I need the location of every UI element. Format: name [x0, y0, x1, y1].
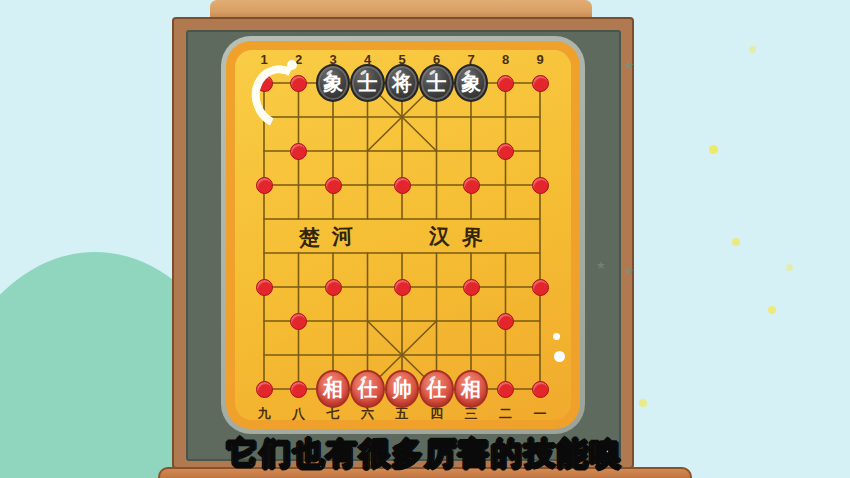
intersection	[281, 134, 316, 168]
intersection	[247, 168, 282, 202]
intersection	[350, 168, 385, 202]
start-marker-dot	[532, 75, 549, 92]
star-icon: ★	[596, 260, 606, 271]
intersection	[281, 372, 316, 406]
intersection	[523, 66, 558, 100]
coordinate-label: 二	[488, 405, 523, 423]
intersection	[316, 134, 351, 168]
intersection	[523, 236, 558, 270]
start-marker-dot	[325, 279, 342, 296]
red-piece: 帅	[385, 370, 420, 408]
start-marker-dot	[463, 279, 480, 296]
red-piece: 相	[316, 370, 351, 408]
intersection	[419, 304, 454, 338]
intersection	[281, 270, 316, 304]
intersection	[247, 134, 282, 168]
intersection: 帅	[385, 372, 420, 406]
coordinate-label: 八	[281, 405, 316, 423]
start-marker-dot	[394, 177, 411, 194]
intersection	[454, 168, 489, 202]
intersection	[523, 372, 558, 406]
intersection	[350, 236, 385, 270]
intersection	[488, 236, 523, 270]
intersection	[281, 202, 316, 236]
intersection	[488, 134, 523, 168]
intersection	[488, 202, 523, 236]
intersection	[350, 202, 385, 236]
red-piece: 仕	[419, 370, 454, 408]
intersection	[488, 338, 523, 372]
intersection	[523, 202, 558, 236]
intersection	[385, 134, 420, 168]
intersection: 相	[454, 372, 489, 406]
subtitle: 它们也有很多厉害的技能噢	[0, 433, 850, 475]
intersection	[281, 338, 316, 372]
board-surface: 123456789 九八七六五四三二一 楚河 汉界 象士将士象相仕帅仕相	[235, 50, 571, 420]
black-piece: 象	[316, 64, 351, 102]
coordinate-label: 8	[488, 51, 523, 67]
sparkle-icon	[732, 238, 740, 246]
intersection	[247, 338, 282, 372]
start-marker-dot	[325, 177, 342, 194]
scene: ★ ★ ★	[0, 0, 850, 478]
intersection	[523, 134, 558, 168]
start-marker-dot	[290, 313, 307, 330]
intersection	[385, 202, 420, 236]
sparkle-icon	[554, 351, 565, 362]
intersection	[454, 304, 489, 338]
intersection: 士	[350, 66, 385, 100]
intersection	[419, 134, 454, 168]
intersection	[523, 168, 558, 202]
red-piece: 仕	[350, 370, 385, 408]
intersection	[488, 100, 523, 134]
intersection	[488, 304, 523, 338]
start-marker-dot	[532, 177, 549, 194]
intersection	[316, 304, 351, 338]
intersection	[247, 236, 282, 270]
intersection: 仕	[350, 372, 385, 406]
intersection: 象	[316, 66, 351, 100]
intersection	[419, 338, 454, 372]
intersection	[350, 304, 385, 338]
intersection	[316, 202, 351, 236]
intersection	[247, 202, 282, 236]
intersection	[316, 168, 351, 202]
intersection	[523, 304, 558, 338]
intersection	[488, 270, 523, 304]
intersection	[350, 100, 385, 134]
start-marker-dot	[290, 381, 307, 398]
intersection	[454, 338, 489, 372]
black-piece: 士	[350, 64, 385, 102]
black-piece: 象	[454, 64, 489, 102]
sparkle-icon	[639, 399, 647, 407]
intersection	[385, 168, 420, 202]
intersection	[419, 202, 454, 236]
intersection	[454, 134, 489, 168]
intersection	[419, 100, 454, 134]
intersection	[419, 270, 454, 304]
intersection	[281, 168, 316, 202]
black-piece: 将	[385, 64, 420, 102]
start-marker-dot	[256, 177, 273, 194]
intersection	[316, 100, 351, 134]
intersection	[281, 236, 316, 270]
star-icon: ★	[624, 266, 634, 277]
sparkle-icon	[786, 264, 793, 271]
intersection	[488, 372, 523, 406]
start-marker-dot	[497, 381, 514, 398]
coordinate-label: 一	[523, 405, 558, 423]
intersection: 士	[419, 66, 454, 100]
start-marker-dot	[290, 143, 307, 160]
intersection	[454, 202, 489, 236]
shine-dot-icon	[287, 60, 297, 70]
intersection	[523, 100, 558, 134]
intersection	[247, 304, 282, 338]
black-piece: 士	[419, 64, 454, 102]
xiangqi-board: 123456789 九八七六五四三二一 楚河 汉界 象士将士象相仕帅仕相	[221, 36, 585, 434]
star-icon: ★	[624, 60, 634, 71]
sparkle-icon	[749, 46, 756, 53]
intersection	[454, 270, 489, 304]
start-marker-dot	[532, 381, 549, 398]
start-marker-dot	[463, 177, 480, 194]
intersection	[281, 304, 316, 338]
intersection	[350, 134, 385, 168]
intersection	[385, 100, 420, 134]
intersection	[350, 338, 385, 372]
intersection	[350, 270, 385, 304]
start-marker-dot	[256, 381, 273, 398]
coordinate-label: 9	[523, 51, 558, 67]
intersection	[385, 270, 420, 304]
start-marker-dot	[394, 279, 411, 296]
intersection	[316, 338, 351, 372]
intersection	[454, 236, 489, 270]
intersection	[488, 168, 523, 202]
intersection	[523, 338, 558, 372]
intersection	[316, 236, 351, 270]
intersection	[488, 66, 523, 100]
intersection	[247, 270, 282, 304]
intersection: 将	[385, 66, 420, 100]
start-marker-dot	[497, 75, 514, 92]
intersection	[316, 270, 351, 304]
intersection	[385, 304, 420, 338]
intersection	[419, 168, 454, 202]
red-piece: 相	[454, 370, 489, 408]
intersection	[385, 338, 420, 372]
coordinate-label: 九	[247, 405, 282, 423]
sparkle-icon	[709, 145, 718, 154]
intersection: 象	[454, 66, 489, 100]
board-border: 123456789 九八七六五四三二一 楚河 汉界 象士将士象相仕帅仕相	[226, 41, 580, 429]
intersection	[247, 372, 282, 406]
intersection: 仕	[419, 372, 454, 406]
start-marker-dot	[497, 313, 514, 330]
intersection	[385, 236, 420, 270]
start-marker-dot	[256, 279, 273, 296]
start-marker-dot	[532, 279, 549, 296]
intersection	[454, 100, 489, 134]
sparkle-icon	[768, 306, 776, 314]
intersection: 相	[316, 372, 351, 406]
start-marker-dot	[497, 143, 514, 160]
intersection	[419, 236, 454, 270]
intersection	[523, 270, 558, 304]
sparkle-icon	[553, 333, 560, 340]
